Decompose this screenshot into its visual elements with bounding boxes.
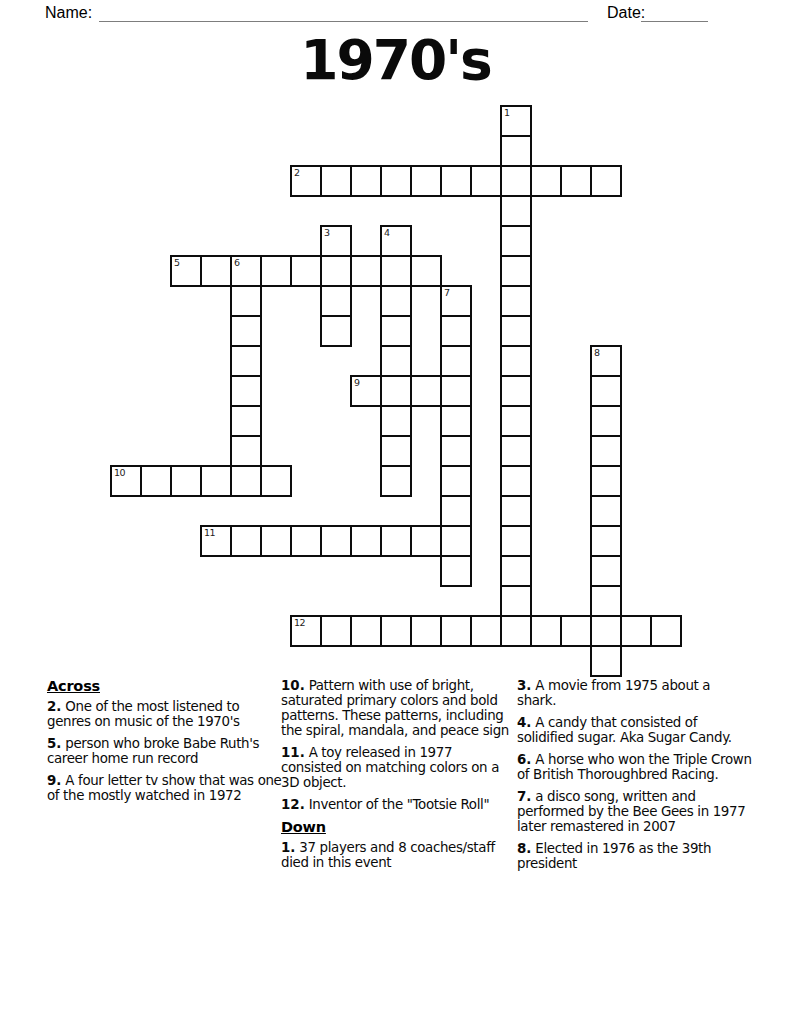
grid-cell[interactable] <box>350 615 382 647</box>
down-header: Down <box>281 819 512 835</box>
cell-number: 7 <box>444 287 450 298</box>
clue-d1: 1. 37 players and 8 coaches/staff died i… <box>281 840 512 870</box>
clue-d6: 6. A horse who won the Triple Crown of B… <box>517 752 753 782</box>
grid-cell[interactable] <box>500 555 532 587</box>
grid-cell[interactable] <box>320 525 352 557</box>
grid-cell[interactable] <box>530 615 562 647</box>
grid-cell[interactable]: 1 <box>500 105 532 137</box>
grid-cell[interactable] <box>260 255 292 287</box>
grid-cell[interactable] <box>440 435 472 467</box>
grid-cell[interactable] <box>590 555 622 587</box>
grid-cell[interactable] <box>590 645 622 677</box>
grid-cell[interactable] <box>590 375 622 407</box>
date-label: Date: <box>607 4 645 22</box>
grid-cell[interactable] <box>590 525 622 557</box>
grid-cell[interactable] <box>200 255 232 287</box>
grid-cell[interactable] <box>500 345 532 377</box>
grid-cell[interactable]: 7 <box>440 285 472 317</box>
grid-cell[interactable] <box>440 555 472 587</box>
grid-cell[interactable] <box>380 615 412 647</box>
grid-cell[interactable] <box>500 465 532 497</box>
grid-cell[interactable] <box>290 255 322 287</box>
clue-a11: 11. A toy released in 1977 consisted on … <box>281 745 512 790</box>
grid-cell[interactable] <box>320 255 352 287</box>
grid-cell[interactable] <box>500 225 532 257</box>
grid-cell[interactable] <box>440 315 472 347</box>
grid-cell[interactable] <box>380 255 412 287</box>
grid-cell[interactable] <box>500 285 532 317</box>
grid-cell[interactable] <box>590 615 622 647</box>
grid-cell[interactable] <box>500 435 532 467</box>
cell-number: 4 <box>384 227 390 238</box>
grid-cell[interactable] <box>380 285 412 317</box>
worksheet-page: { "game": "crossword", "title": "1970's"… <box>0 0 791 1024</box>
grid-cell[interactable] <box>230 405 262 437</box>
grid-cell[interactable] <box>470 615 502 647</box>
grid-cell[interactable] <box>380 345 412 377</box>
grid-cell[interactable] <box>230 465 262 497</box>
cell-number: 5 <box>174 257 180 268</box>
cell-number: 3 <box>324 227 330 238</box>
grid-cell[interactable] <box>590 495 622 527</box>
grid-cell[interactable] <box>350 525 382 557</box>
grid-cell[interactable]: 8 <box>590 345 622 377</box>
grid-cell[interactable] <box>440 465 472 497</box>
grid-cell[interactable] <box>590 465 622 497</box>
clue-a2: 2. One of the most listened to genres on… <box>47 699 282 729</box>
grid-cell[interactable] <box>410 525 442 557</box>
cell-number: 8 <box>594 347 600 358</box>
grid-cell[interactable] <box>650 615 682 647</box>
across-header: Across <box>47 678 282 694</box>
grid-cell[interactable] <box>590 435 622 467</box>
grid-cell[interactable] <box>410 615 442 647</box>
cell-number: 12 <box>294 617 305 628</box>
grid-cell[interactable]: 12 <box>290 615 322 647</box>
page-title: 1970's <box>0 28 791 92</box>
grid-cell[interactable] <box>440 345 472 377</box>
grid-cell[interactable]: 2 <box>290 165 322 197</box>
grid-cell[interactable] <box>230 285 262 317</box>
clue-a12: 12. Inventor of the "Tootsie Roll" <box>281 797 512 812</box>
grid-cell[interactable] <box>590 405 622 437</box>
grid-cell[interactable] <box>350 255 382 287</box>
grid-cell[interactable]: 5 <box>170 255 202 287</box>
grid-cell[interactable] <box>590 165 622 197</box>
clue-a5: 5. person who broke Babe Ruth's career h… <box>47 736 282 766</box>
grid-cell[interactable] <box>230 435 262 467</box>
grid-cell[interactable] <box>140 465 172 497</box>
grid-cell[interactable] <box>380 465 412 497</box>
grid-cell[interactable] <box>500 315 532 347</box>
grid-cell[interactable] <box>380 435 412 467</box>
grid-cell[interactable]: 10 <box>110 465 142 497</box>
grid-cell[interactable] <box>290 525 322 557</box>
grid-cell[interactable] <box>440 615 472 647</box>
grid-cell[interactable] <box>380 405 412 437</box>
grid-cell[interactable]: 4 <box>380 225 412 257</box>
grid-cell[interactable] <box>320 165 352 197</box>
clue-d8: 8. Elected in 1976 as the 39th president <box>517 841 753 871</box>
grid-cell[interactable] <box>560 165 592 197</box>
grid-cell[interactable] <box>500 525 532 557</box>
grid-cell[interactable] <box>470 165 502 197</box>
grid-cell[interactable] <box>230 345 262 377</box>
grid-cell[interactable] <box>500 165 532 197</box>
clue-a9: 9. A four letter tv show that was one of… <box>47 773 282 803</box>
grid-cell[interactable] <box>500 615 532 647</box>
grid-cell[interactable] <box>260 465 292 497</box>
grid-cell[interactable] <box>500 405 532 437</box>
cell-number: 10 <box>114 467 125 478</box>
grid-cell[interactable] <box>560 615 592 647</box>
grid-cell[interactable] <box>320 285 352 317</box>
date-input-line[interactable] <box>641 21 708 22</box>
grid-cell[interactable] <box>500 255 532 287</box>
grid-cell[interactable]: 6 <box>230 255 262 287</box>
grid-cell[interactable] <box>500 585 532 617</box>
grid-cell[interactable] <box>380 315 412 347</box>
clue-d3: 3. A movie from 1975 about a shark. <box>517 678 753 708</box>
grid-cell[interactable] <box>170 465 202 497</box>
grid-cell[interactable] <box>590 585 622 617</box>
grid-cell[interactable] <box>500 135 532 167</box>
cell-number: 9 <box>354 377 360 388</box>
cell-number: 6 <box>234 257 240 268</box>
grid-cell[interactable] <box>230 525 262 557</box>
clue-column-3: 3. A movie from 1975 about a shark.4. A … <box>517 678 753 878</box>
cell-number: 1 <box>504 107 510 118</box>
grid-cell[interactable] <box>440 375 472 407</box>
grid-cell[interactable]: 11 <box>200 525 232 557</box>
grid-cell[interactable] <box>320 315 352 347</box>
grid-cell[interactable] <box>440 495 472 527</box>
cell-number: 2 <box>294 167 300 178</box>
grid-cell[interactable] <box>500 375 532 407</box>
grid-cell[interactable] <box>410 375 442 407</box>
clue-column-1: Across2. One of the most listened to gen… <box>47 678 282 810</box>
grid-cell[interactable] <box>230 315 262 347</box>
grid-cell[interactable] <box>230 375 262 407</box>
grid-cell[interactable] <box>410 165 442 197</box>
cell-number: 11 <box>204 527 215 538</box>
grid-cell[interactable] <box>500 495 532 527</box>
grid-cell[interactable] <box>200 465 232 497</box>
name-input-line[interactable] <box>99 21 588 22</box>
grid-cell[interactable] <box>620 615 652 647</box>
clue-a10: 10. Pattern with use of bright, saturate… <box>281 678 512 738</box>
grid-cell[interactable] <box>410 255 442 287</box>
clue-d4: 4. A candy that consisted of solidified … <box>517 715 753 745</box>
grid-cell[interactable] <box>380 165 412 197</box>
grid-cell[interactable] <box>440 405 472 437</box>
clue-d7: 7. a disco song, written and performed b… <box>517 789 753 834</box>
grid-cell[interactable]: 3 <box>320 225 352 257</box>
grid-cell[interactable] <box>320 615 352 647</box>
grid-cell[interactable] <box>500 195 532 227</box>
grid-cell[interactable] <box>380 375 412 407</box>
grid-cell[interactable] <box>440 165 472 197</box>
name-label: Name: <box>45 4 92 22</box>
clue-column-2: 10. Pattern with use of bright, saturate… <box>281 678 512 877</box>
grid-cell[interactable] <box>380 525 412 557</box>
grid-cell[interactable] <box>530 165 562 197</box>
grid-cell[interactable] <box>440 525 472 557</box>
grid-cell[interactable] <box>260 525 292 557</box>
grid-cell[interactable]: 9 <box>350 375 382 407</box>
grid-cell[interactable] <box>350 165 382 197</box>
